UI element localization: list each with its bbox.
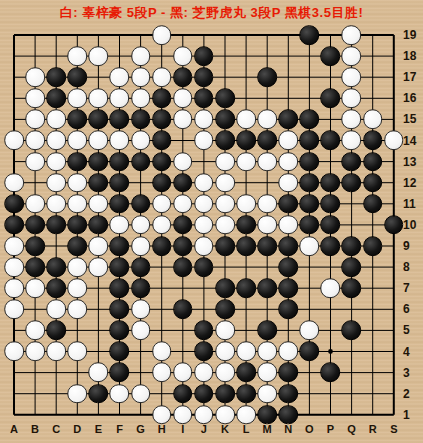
intersection-H13[interactable] xyxy=(151,151,172,172)
intersection-F11[interactable] xyxy=(109,193,130,214)
intersection-A18[interactable] xyxy=(3,46,24,67)
intersection-R10[interactable] xyxy=(362,214,383,235)
intersection-N5[interactable] xyxy=(278,320,299,341)
intersection-F19[interactable] xyxy=(109,24,130,45)
intersection-O9[interactable] xyxy=(299,235,320,256)
intersection-P9[interactable] xyxy=(320,235,341,256)
intersection-G17[interactable] xyxy=(130,67,151,88)
intersection-E16[interactable] xyxy=(88,88,109,109)
intersection-F14[interactable] xyxy=(109,130,130,151)
intersection-M13[interactable] xyxy=(257,151,278,172)
intersection-L2[interactable] xyxy=(235,383,256,404)
intersection-L7[interactable] xyxy=(235,278,256,299)
intersection-G10[interactable] xyxy=(130,214,151,235)
intersection-F5[interactable] xyxy=(109,320,130,341)
intersection-S12[interactable] xyxy=(383,172,404,193)
intersection-B14[interactable] xyxy=(25,130,46,151)
intersection-K15[interactable] xyxy=(214,109,235,130)
intersection-J6[interactable] xyxy=(193,299,214,320)
intersection-B7[interactable] xyxy=(25,278,46,299)
intersection-G15[interactable] xyxy=(130,109,151,130)
intersection-N13[interactable] xyxy=(278,151,299,172)
intersection-S2[interactable] xyxy=(383,383,404,404)
intersection-J5[interactable] xyxy=(193,320,214,341)
intersection-B9[interactable] xyxy=(25,235,46,256)
intersection-S16[interactable] xyxy=(383,88,404,109)
intersection-E12[interactable] xyxy=(88,172,109,193)
intersection-I14[interactable] xyxy=(172,130,193,151)
intersection-F17[interactable] xyxy=(109,67,130,88)
intersection-O2[interactable] xyxy=(299,383,320,404)
intersection-R6[interactable] xyxy=(362,299,383,320)
intersection-R16[interactable] xyxy=(362,88,383,109)
intersection-B17[interactable] xyxy=(25,67,46,88)
intersection-A13[interactable] xyxy=(3,151,24,172)
intersection-P8[interactable] xyxy=(320,256,341,277)
intersection-R11[interactable] xyxy=(362,193,383,214)
intersection-A14[interactable] xyxy=(3,130,24,151)
intersection-A7[interactable] xyxy=(3,278,24,299)
intersection-L5[interactable] xyxy=(235,320,256,341)
intersection-R17[interactable] xyxy=(362,67,383,88)
intersection-A8[interactable] xyxy=(3,256,24,277)
intersection-E14[interactable] xyxy=(88,130,109,151)
intersection-G14[interactable] xyxy=(130,130,151,151)
intersection-G2[interactable] xyxy=(130,383,151,404)
intersection-J13[interactable] xyxy=(193,151,214,172)
intersection-E2[interactable] xyxy=(88,383,109,404)
intersection-N12[interactable] xyxy=(278,172,299,193)
intersection-O13[interactable] xyxy=(299,151,320,172)
intersection-B12[interactable] xyxy=(25,172,46,193)
intersection-F4[interactable] xyxy=(109,341,130,362)
intersection-E10[interactable] xyxy=(88,214,109,235)
intersection-P6[interactable] xyxy=(320,299,341,320)
intersection-C5[interactable] xyxy=(46,320,67,341)
intersection-F10[interactable] xyxy=(109,214,130,235)
intersection-N2[interactable] xyxy=(278,383,299,404)
intersection-H8[interactable] xyxy=(151,256,172,277)
intersection-B11[interactable] xyxy=(25,193,46,214)
intersection-J3[interactable] xyxy=(193,362,214,383)
intersection-P4[interactable] xyxy=(320,341,341,362)
intersection-I16[interactable] xyxy=(172,88,193,109)
intersection-H12[interactable] xyxy=(151,172,172,193)
intersection-D10[interactable] xyxy=(67,214,88,235)
intersection-K11[interactable] xyxy=(214,193,235,214)
intersection-J16[interactable] xyxy=(193,88,214,109)
intersection-J14[interactable] xyxy=(193,130,214,151)
intersection-O4[interactable] xyxy=(299,341,320,362)
intersection-B4[interactable] xyxy=(25,341,46,362)
intersection-D2[interactable] xyxy=(67,383,88,404)
intersection-B13[interactable] xyxy=(25,151,46,172)
intersection-A11[interactable] xyxy=(3,193,24,214)
intersection-H19[interactable] xyxy=(151,24,172,45)
intersection-F8[interactable] xyxy=(109,256,130,277)
intersection-O17[interactable] xyxy=(299,67,320,88)
intersection-D5[interactable] xyxy=(67,320,88,341)
intersection-L9[interactable] xyxy=(235,235,256,256)
intersection-Q10[interactable] xyxy=(341,214,362,235)
intersection-N17[interactable] xyxy=(278,67,299,88)
intersection-K19[interactable] xyxy=(214,24,235,45)
intersection-C11[interactable] xyxy=(46,193,67,214)
intersection-F2[interactable] xyxy=(109,383,130,404)
intersection-D13[interactable] xyxy=(67,151,88,172)
intersection-H17[interactable] xyxy=(151,67,172,88)
intersection-J17[interactable] xyxy=(193,67,214,88)
intersection-B5[interactable] xyxy=(25,320,46,341)
intersection-C9[interactable] xyxy=(46,235,67,256)
intersection-D16[interactable] xyxy=(67,88,88,109)
intersection-R13[interactable] xyxy=(362,151,383,172)
intersection-C2[interactable] xyxy=(46,383,67,404)
intersection-H3[interactable] xyxy=(151,362,172,383)
intersection-Q2[interactable] xyxy=(341,383,362,404)
intersection-L11[interactable] xyxy=(235,193,256,214)
intersection-E9[interactable] xyxy=(88,235,109,256)
intersection-P18[interactable] xyxy=(320,46,341,67)
intersection-S9[interactable] xyxy=(383,235,404,256)
intersection-P17[interactable] xyxy=(320,67,341,88)
intersection-C16[interactable] xyxy=(46,88,67,109)
intersection-D8[interactable] xyxy=(67,256,88,277)
intersection-A3[interactable] xyxy=(3,362,24,383)
intersection-H7[interactable] xyxy=(151,278,172,299)
intersection-P14[interactable] xyxy=(320,130,341,151)
intersection-Q15[interactable] xyxy=(341,109,362,130)
intersection-S17[interactable] xyxy=(383,67,404,88)
intersection-C14[interactable] xyxy=(46,130,67,151)
intersection-K14[interactable] xyxy=(214,130,235,151)
intersection-L4[interactable] xyxy=(235,341,256,362)
intersection-B2[interactable] xyxy=(25,383,46,404)
intersection-H4[interactable] xyxy=(151,341,172,362)
intersection-R3[interactable] xyxy=(362,362,383,383)
intersection-P19[interactable] xyxy=(320,24,341,45)
intersection-F3[interactable] xyxy=(109,362,130,383)
intersection-D9[interactable] xyxy=(67,235,88,256)
intersection-A15[interactable] xyxy=(3,109,24,130)
intersection-B3[interactable] xyxy=(25,362,46,383)
intersection-H15[interactable] xyxy=(151,109,172,130)
intersection-H18[interactable] xyxy=(151,46,172,67)
intersection-I15[interactable] xyxy=(172,109,193,130)
intersection-R2[interactable] xyxy=(362,383,383,404)
intersection-C15[interactable] xyxy=(46,109,67,130)
intersection-O19[interactable] xyxy=(299,24,320,45)
intersection-C19[interactable] xyxy=(46,24,67,45)
intersection-S6[interactable] xyxy=(383,299,404,320)
intersection-I7[interactable] xyxy=(172,278,193,299)
intersection-K17[interactable] xyxy=(214,67,235,88)
intersection-I17[interactable] xyxy=(172,67,193,88)
intersection-G11[interactable] xyxy=(130,193,151,214)
intersection-R7[interactable] xyxy=(362,278,383,299)
intersection-N8[interactable] xyxy=(278,256,299,277)
intersection-D3[interactable] xyxy=(67,362,88,383)
intersection-H10[interactable] xyxy=(151,214,172,235)
go-board[interactable] xyxy=(3,24,404,425)
intersection-R8[interactable] xyxy=(362,256,383,277)
intersection-Q18[interactable] xyxy=(341,46,362,67)
intersection-L10[interactable] xyxy=(235,214,256,235)
intersection-M7[interactable] xyxy=(257,278,278,299)
intersection-F9[interactable] xyxy=(109,235,130,256)
intersection-M8[interactable] xyxy=(257,256,278,277)
intersection-I8[interactable] xyxy=(172,256,193,277)
intersection-N14[interactable] xyxy=(278,130,299,151)
intersection-E13[interactable] xyxy=(88,151,109,172)
intersection-M14[interactable] xyxy=(257,130,278,151)
intersection-Q17[interactable] xyxy=(341,67,362,88)
intersection-N18[interactable] xyxy=(278,46,299,67)
intersection-P15[interactable] xyxy=(320,109,341,130)
intersection-I18[interactable] xyxy=(172,46,193,67)
intersection-M9[interactable] xyxy=(257,235,278,256)
intersection-O3[interactable] xyxy=(299,362,320,383)
intersection-F12[interactable] xyxy=(109,172,130,193)
intersection-C18[interactable] xyxy=(46,46,67,67)
intersection-I2[interactable] xyxy=(172,383,193,404)
intersection-L17[interactable] xyxy=(235,67,256,88)
intersection-A2[interactable] xyxy=(3,383,24,404)
intersection-O8[interactable] xyxy=(299,256,320,277)
intersection-P11[interactable] xyxy=(320,193,341,214)
intersection-K4[interactable] xyxy=(214,341,235,362)
intersection-S10[interactable] xyxy=(383,214,404,235)
intersection-E15[interactable] xyxy=(88,109,109,130)
intersection-H6[interactable] xyxy=(151,299,172,320)
intersection-B19[interactable] xyxy=(25,24,46,45)
intersection-K6[interactable] xyxy=(214,299,235,320)
intersection-G9[interactable] xyxy=(130,235,151,256)
intersection-J4[interactable] xyxy=(193,341,214,362)
intersection-A6[interactable] xyxy=(3,299,24,320)
intersection-I12[interactable] xyxy=(172,172,193,193)
intersection-K16[interactable] xyxy=(214,88,235,109)
intersection-Q9[interactable] xyxy=(341,235,362,256)
intersection-L16[interactable] xyxy=(235,88,256,109)
intersection-Q19[interactable] xyxy=(341,24,362,45)
intersection-G16[interactable] xyxy=(130,88,151,109)
intersection-S19[interactable] xyxy=(383,24,404,45)
intersection-H2[interactable] xyxy=(151,383,172,404)
intersection-J9[interactable] xyxy=(193,235,214,256)
intersection-L8[interactable] xyxy=(235,256,256,277)
intersection-A17[interactable] xyxy=(3,67,24,88)
intersection-Q6[interactable] xyxy=(341,299,362,320)
intersection-B16[interactable] xyxy=(25,88,46,109)
intersection-I5[interactable] xyxy=(172,320,193,341)
intersection-S5[interactable] xyxy=(383,320,404,341)
intersection-Q7[interactable] xyxy=(341,278,362,299)
intersection-S7[interactable] xyxy=(383,278,404,299)
intersection-P5[interactable] xyxy=(320,320,341,341)
intersection-L13[interactable] xyxy=(235,151,256,172)
intersection-I9[interactable] xyxy=(172,235,193,256)
intersection-D17[interactable] xyxy=(67,67,88,88)
intersection-L3[interactable] xyxy=(235,362,256,383)
intersection-E19[interactable] xyxy=(88,24,109,45)
intersection-B10[interactable] xyxy=(25,214,46,235)
intersection-J12[interactable] xyxy=(193,172,214,193)
intersection-J10[interactable] xyxy=(193,214,214,235)
intersection-E4[interactable] xyxy=(88,341,109,362)
intersection-N9[interactable] xyxy=(278,235,299,256)
intersection-P7[interactable] xyxy=(320,278,341,299)
intersection-E18[interactable] xyxy=(88,46,109,67)
intersection-A19[interactable] xyxy=(3,24,24,45)
intersection-H9[interactable] xyxy=(151,235,172,256)
intersection-F7[interactable] xyxy=(109,278,130,299)
intersection-R15[interactable] xyxy=(362,109,383,130)
intersection-N19[interactable] xyxy=(278,24,299,45)
intersection-L15[interactable] xyxy=(235,109,256,130)
intersection-N16[interactable] xyxy=(278,88,299,109)
intersection-L6[interactable] xyxy=(235,299,256,320)
intersection-J2[interactable] xyxy=(193,383,214,404)
intersection-J18[interactable] xyxy=(193,46,214,67)
intersection-O6[interactable] xyxy=(299,299,320,320)
intersection-K18[interactable] xyxy=(214,46,235,67)
intersection-G5[interactable] xyxy=(130,320,151,341)
intersection-A16[interactable] xyxy=(3,88,24,109)
intersection-D19[interactable] xyxy=(67,24,88,45)
intersection-G8[interactable] xyxy=(130,256,151,277)
intersection-C6[interactable] xyxy=(46,299,67,320)
intersection-G6[interactable] xyxy=(130,299,151,320)
intersection-O15[interactable] xyxy=(299,109,320,130)
intersection-S15[interactable] xyxy=(383,109,404,130)
intersection-I11[interactable] xyxy=(172,193,193,214)
intersection-G7[interactable] xyxy=(130,278,151,299)
intersection-E3[interactable] xyxy=(88,362,109,383)
intersection-K13[interactable] xyxy=(214,151,235,172)
intersection-Q14[interactable] xyxy=(341,130,362,151)
intersection-D11[interactable] xyxy=(67,193,88,214)
intersection-E11[interactable] xyxy=(88,193,109,214)
intersection-P16[interactable] xyxy=(320,88,341,109)
intersection-Q8[interactable] xyxy=(341,256,362,277)
intersection-L12[interactable] xyxy=(235,172,256,193)
intersection-N4[interactable] xyxy=(278,341,299,362)
intersection-M12[interactable] xyxy=(257,172,278,193)
intersection-E8[interactable] xyxy=(88,256,109,277)
intersection-N7[interactable] xyxy=(278,278,299,299)
intersection-H11[interactable] xyxy=(151,193,172,214)
intersection-A4[interactable] xyxy=(3,341,24,362)
intersection-K9[interactable] xyxy=(214,235,235,256)
intersection-S4[interactable] xyxy=(383,341,404,362)
intersection-C3[interactable] xyxy=(46,362,67,383)
intersection-O10[interactable] xyxy=(299,214,320,235)
intersection-C4[interactable] xyxy=(46,341,67,362)
intersection-A9[interactable] xyxy=(3,235,24,256)
intersection-E17[interactable] xyxy=(88,67,109,88)
intersection-G13[interactable] xyxy=(130,151,151,172)
intersection-E5[interactable] xyxy=(88,320,109,341)
intersection-J11[interactable] xyxy=(193,193,214,214)
intersection-E7[interactable] xyxy=(88,278,109,299)
intersection-S13[interactable] xyxy=(383,151,404,172)
intersection-K2[interactable] xyxy=(214,383,235,404)
intersection-J7[interactable] xyxy=(193,278,214,299)
intersection-S14[interactable] xyxy=(383,130,404,151)
intersection-I10[interactable] xyxy=(172,214,193,235)
intersection-N3[interactable] xyxy=(278,362,299,383)
intersection-D15[interactable] xyxy=(67,109,88,130)
intersection-O12[interactable] xyxy=(299,172,320,193)
intersection-F16[interactable] xyxy=(109,88,130,109)
intersection-B8[interactable] xyxy=(25,256,46,277)
intersection-I4[interactable] xyxy=(172,341,193,362)
intersection-R14[interactable] xyxy=(362,130,383,151)
intersection-L19[interactable] xyxy=(235,24,256,45)
intersection-O11[interactable] xyxy=(299,193,320,214)
intersection-M4[interactable] xyxy=(257,341,278,362)
intersection-K8[interactable] xyxy=(214,256,235,277)
intersection-L18[interactable] xyxy=(235,46,256,67)
intersection-P13[interactable] xyxy=(320,151,341,172)
intersection-F15[interactable] xyxy=(109,109,130,130)
intersection-O16[interactable] xyxy=(299,88,320,109)
intersection-Q3[interactable] xyxy=(341,362,362,383)
intersection-S18[interactable] xyxy=(383,46,404,67)
intersection-I19[interactable] xyxy=(172,24,193,45)
intersection-M18[interactable] xyxy=(257,46,278,67)
intersection-Q4[interactable] xyxy=(341,341,362,362)
intersection-H5[interactable] xyxy=(151,320,172,341)
intersection-D14[interactable] xyxy=(67,130,88,151)
intersection-C17[interactable] xyxy=(46,67,67,88)
intersection-K7[interactable] xyxy=(214,278,235,299)
intersection-P3[interactable] xyxy=(320,362,341,383)
intersection-R4[interactable] xyxy=(362,341,383,362)
intersection-K12[interactable] xyxy=(214,172,235,193)
intersection-D7[interactable] xyxy=(67,278,88,299)
intersection-Q11[interactable] xyxy=(341,193,362,214)
intersection-M15[interactable] xyxy=(257,109,278,130)
intersection-K3[interactable] xyxy=(214,362,235,383)
intersection-C10[interactable] xyxy=(46,214,67,235)
intersection-B18[interactable] xyxy=(25,46,46,67)
intersection-S3[interactable] xyxy=(383,362,404,383)
intersection-K10[interactable] xyxy=(214,214,235,235)
intersection-Q13[interactable] xyxy=(341,151,362,172)
intersection-R19[interactable] xyxy=(362,24,383,45)
intersection-M5[interactable] xyxy=(257,320,278,341)
intersection-J8[interactable] xyxy=(193,256,214,277)
intersection-M16[interactable] xyxy=(257,88,278,109)
intersection-C7[interactable] xyxy=(46,278,67,299)
intersection-R18[interactable] xyxy=(362,46,383,67)
intersection-H16[interactable] xyxy=(151,88,172,109)
intersection-H14[interactable] xyxy=(151,130,172,151)
intersection-F18[interactable] xyxy=(109,46,130,67)
intersection-S11[interactable] xyxy=(383,193,404,214)
intersection-K5[interactable] xyxy=(214,320,235,341)
intersection-F13[interactable] xyxy=(109,151,130,172)
intersection-C13[interactable] xyxy=(46,151,67,172)
intersection-I13[interactable] xyxy=(172,151,193,172)
intersection-J15[interactable] xyxy=(193,109,214,130)
intersection-G12[interactable] xyxy=(130,172,151,193)
intersection-E6[interactable] xyxy=(88,299,109,320)
intersection-M6[interactable] xyxy=(257,299,278,320)
intersection-G18[interactable] xyxy=(130,46,151,67)
